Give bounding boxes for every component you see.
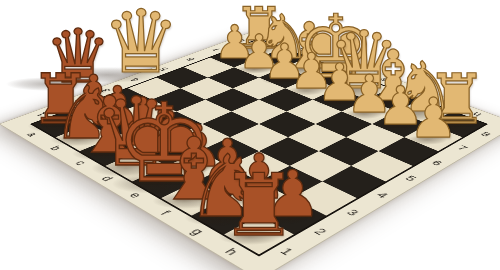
board-perspective-wrap: abcdefgh abcdefgh 87654321 87654321 — [0, 0, 500, 270]
board-squares — [30, 38, 488, 256]
chess-set-photo: abcdefgh abcdefgh 87654321 87654321 ♜♞♝♚… — [0, 0, 500, 270]
vinyl-chessboard: abcdefgh abcdefgh 87654321 87654321 — [0, 29, 500, 270]
